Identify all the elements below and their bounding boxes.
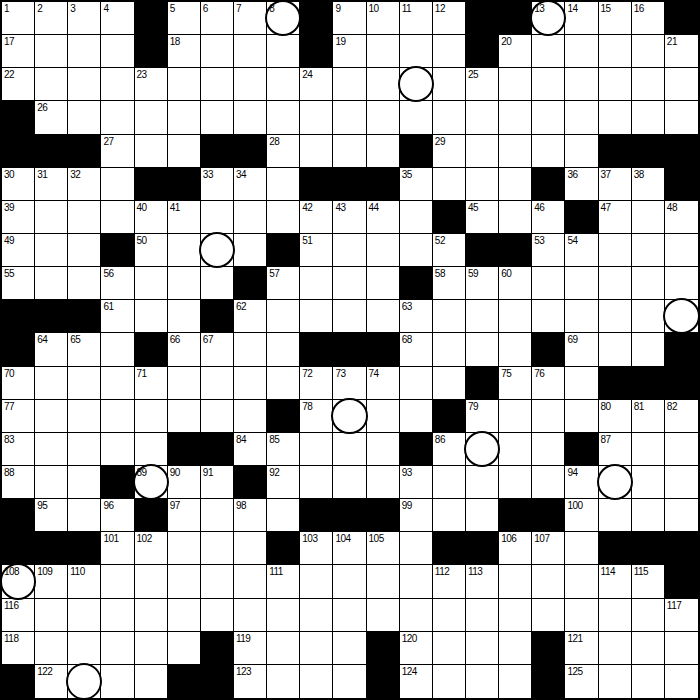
crossword-cell[interactable] xyxy=(300,632,333,665)
crossword-cell[interactable]: 44 xyxy=(367,201,400,234)
crossword-cell[interactable]: 32 xyxy=(68,168,101,201)
crossword-cell[interactable] xyxy=(168,234,201,267)
crossword-cell[interactable] xyxy=(632,234,665,267)
crossword-cell[interactable]: 121 xyxy=(565,632,598,665)
crossword-cell[interactable] xyxy=(665,433,698,466)
crossword-cell[interactable] xyxy=(466,135,499,168)
crossword-cell[interactable] xyxy=(565,400,598,433)
crossword-cell[interactable] xyxy=(201,68,234,101)
crossword-cell[interactable] xyxy=(333,400,366,433)
crossword-cell[interactable] xyxy=(35,367,68,400)
crossword-cell[interactable]: 82 xyxy=(665,400,698,433)
crossword-cell[interactable] xyxy=(400,367,433,400)
crossword-cell[interactable] xyxy=(35,433,68,466)
crossword-cell[interactable]: 125 xyxy=(565,665,598,698)
crossword-cell[interactable]: 88 xyxy=(2,466,35,499)
crossword-cell[interactable]: 62 xyxy=(234,300,267,333)
crossword-cell[interactable] xyxy=(333,632,366,665)
crossword-cell[interactable] xyxy=(466,665,499,698)
crossword-cell[interactable] xyxy=(367,599,400,632)
crossword-cell[interactable] xyxy=(35,35,68,68)
crossword-cell[interactable] xyxy=(599,68,632,101)
crossword-cell[interactable]: 105 xyxy=(367,532,400,565)
crossword-cell[interactable] xyxy=(532,68,565,101)
crossword-cell[interactable] xyxy=(532,466,565,499)
crossword-cell[interactable] xyxy=(466,433,499,466)
crossword-cell[interactable] xyxy=(168,101,201,134)
crossword-cell[interactable] xyxy=(101,367,134,400)
crossword-cell[interactable]: 29 xyxy=(433,135,466,168)
crossword-cell[interactable] xyxy=(532,565,565,598)
crossword-cell[interactable]: 23 xyxy=(135,68,168,101)
crossword-cell[interactable]: 37 xyxy=(599,168,632,201)
crossword-cell[interactable]: 36 xyxy=(565,168,598,201)
crossword-cell[interactable] xyxy=(333,433,366,466)
crossword-cell[interactable] xyxy=(632,300,665,333)
crossword-cell[interactable]: 96 xyxy=(101,499,134,532)
crossword-cell[interactable] xyxy=(267,168,300,201)
crossword-cell[interactable] xyxy=(565,135,598,168)
crossword-cell[interactable] xyxy=(466,466,499,499)
crossword-cell[interactable] xyxy=(234,201,267,234)
crossword-cell[interactable] xyxy=(400,201,433,234)
crossword-cell[interactable] xyxy=(68,599,101,632)
crossword-cell[interactable]: 116 xyxy=(2,599,35,632)
crossword-cell[interactable]: 15 xyxy=(599,2,632,35)
crossword-cell[interactable] xyxy=(234,599,267,632)
crossword-cell[interactable] xyxy=(532,267,565,300)
crossword-cell[interactable] xyxy=(68,201,101,234)
crossword-cell[interactable] xyxy=(68,267,101,300)
crossword-cell[interactable]: 57 xyxy=(267,267,300,300)
crossword-cell[interactable] xyxy=(333,267,366,300)
crossword-cell[interactable]: 33 xyxy=(201,168,234,201)
crossword-cell[interactable]: 70 xyxy=(2,367,35,400)
crossword-cell[interactable] xyxy=(499,632,532,665)
crossword-cell[interactable] xyxy=(168,300,201,333)
crossword-cell[interactable]: 60 xyxy=(499,267,532,300)
crossword-cell[interactable]: 98 xyxy=(234,499,267,532)
crossword-cell[interactable] xyxy=(599,499,632,532)
crossword-cell[interactable] xyxy=(101,433,134,466)
crossword-cell[interactable] xyxy=(433,35,466,68)
crossword-cell[interactable] xyxy=(201,234,234,267)
crossword-cell[interactable] xyxy=(632,632,665,665)
crossword-cell[interactable] xyxy=(433,466,466,499)
crossword-cell[interactable]: 97 xyxy=(168,499,201,532)
crossword-cell[interactable] xyxy=(168,135,201,168)
crossword-cell[interactable]: 101 xyxy=(101,532,134,565)
crossword-cell[interactable] xyxy=(333,599,366,632)
crossword-cell[interactable] xyxy=(35,400,68,433)
crossword-cell[interactable]: 50 xyxy=(135,234,168,267)
crossword-cell[interactable] xyxy=(68,35,101,68)
crossword-cell[interactable] xyxy=(599,267,632,300)
crossword-cell[interactable] xyxy=(68,499,101,532)
crossword-cell[interactable]: 74 xyxy=(367,367,400,400)
crossword-cell[interactable] xyxy=(599,665,632,698)
crossword-cell[interactable] xyxy=(135,400,168,433)
crossword-cell[interactable] xyxy=(632,68,665,101)
crossword-cell[interactable] xyxy=(234,367,267,400)
crossword-cell[interactable] xyxy=(532,400,565,433)
crossword-cell[interactable] xyxy=(300,135,333,168)
crossword-cell[interactable] xyxy=(168,68,201,101)
crossword-cell[interactable] xyxy=(101,333,134,366)
crossword-cell[interactable]: 8 xyxy=(267,2,300,35)
crossword-cell[interactable] xyxy=(433,333,466,366)
crossword-cell[interactable] xyxy=(400,400,433,433)
crossword-cell[interactable] xyxy=(168,267,201,300)
crossword-cell[interactable] xyxy=(632,665,665,698)
crossword-cell[interactable] xyxy=(599,101,632,134)
crossword-cell[interactable] xyxy=(333,466,366,499)
crossword-cell[interactable]: 103 xyxy=(300,532,333,565)
crossword-cell[interactable] xyxy=(267,632,300,665)
crossword-cell[interactable] xyxy=(101,168,134,201)
crossword-cell[interactable] xyxy=(333,234,366,267)
crossword-cell[interactable]: 67 xyxy=(201,333,234,366)
crossword-cell[interactable] xyxy=(665,300,698,333)
crossword-cell[interactable] xyxy=(135,599,168,632)
crossword-cell[interactable]: 124 xyxy=(400,665,433,698)
crossword-cell[interactable] xyxy=(35,466,68,499)
crossword-cell[interactable]: 71 xyxy=(135,367,168,400)
crossword-cell[interactable] xyxy=(267,665,300,698)
crossword-cell[interactable] xyxy=(499,68,532,101)
crossword-cell[interactable]: 113 xyxy=(466,565,499,598)
crossword-cell[interactable]: 100 xyxy=(565,499,598,532)
crossword-cell[interactable]: 38 xyxy=(632,168,665,201)
crossword-cell[interactable] xyxy=(367,101,400,134)
crossword-cell[interactable]: 12 xyxy=(433,2,466,35)
crossword-cell[interactable]: 21 xyxy=(665,35,698,68)
crossword-cell[interactable]: 13 xyxy=(532,2,565,35)
crossword-cell[interactable] xyxy=(632,333,665,366)
crossword-cell[interactable] xyxy=(665,101,698,134)
crossword-cell[interactable] xyxy=(466,300,499,333)
crossword-cell[interactable]: 3 xyxy=(68,2,101,35)
crossword-cell[interactable]: 91 xyxy=(201,466,234,499)
crossword-cell[interactable] xyxy=(565,565,598,598)
crossword-cell[interactable]: 6 xyxy=(201,2,234,35)
crossword-cell[interactable] xyxy=(665,68,698,101)
crossword-cell[interactable]: 46 xyxy=(532,201,565,234)
crossword-cell[interactable] xyxy=(433,300,466,333)
crossword-cell[interactable] xyxy=(433,599,466,632)
crossword-cell[interactable]: 86 xyxy=(433,433,466,466)
crossword-cell[interactable]: 108 xyxy=(2,565,35,598)
crossword-cell[interactable] xyxy=(665,665,698,698)
crossword-cell[interactable] xyxy=(300,433,333,466)
crossword-cell[interactable]: 93 xyxy=(400,466,433,499)
crossword-cell[interactable] xyxy=(665,632,698,665)
crossword-cell[interactable] xyxy=(68,68,101,101)
crossword-cell[interactable] xyxy=(135,665,168,698)
crossword-cell[interactable]: 2 xyxy=(35,2,68,35)
crossword-cell[interactable]: 61 xyxy=(101,300,134,333)
crossword-cell[interactable] xyxy=(267,101,300,134)
crossword-cell[interactable] xyxy=(466,333,499,366)
crossword-cell[interactable]: 51 xyxy=(300,234,333,267)
crossword-cell[interactable]: 123 xyxy=(234,665,267,698)
crossword-cell[interactable] xyxy=(101,35,134,68)
crossword-cell[interactable]: 73 xyxy=(333,367,366,400)
crossword-cell[interactable] xyxy=(367,135,400,168)
crossword-cell[interactable] xyxy=(466,499,499,532)
crossword-cell[interactable]: 10 xyxy=(367,2,400,35)
crossword-cell[interactable]: 56 xyxy=(101,267,134,300)
crossword-cell[interactable]: 117 xyxy=(665,599,698,632)
crossword-cell[interactable] xyxy=(632,599,665,632)
crossword-cell[interactable] xyxy=(101,400,134,433)
crossword-cell[interactable]: 115 xyxy=(632,565,665,598)
crossword-cell[interactable] xyxy=(68,101,101,134)
crossword-cell[interactable] xyxy=(68,234,101,267)
crossword-cell[interactable] xyxy=(565,35,598,68)
crossword-cell[interactable]: 35 xyxy=(400,168,433,201)
crossword-cell[interactable] xyxy=(234,400,267,433)
crossword-cell[interactable] xyxy=(532,433,565,466)
crossword-cell[interactable] xyxy=(101,665,134,698)
crossword-cell[interactable] xyxy=(367,400,400,433)
crossword-cell[interactable] xyxy=(300,599,333,632)
crossword-cell[interactable]: 16 xyxy=(632,2,665,35)
crossword-cell[interactable] xyxy=(400,68,433,101)
crossword-cell[interactable] xyxy=(367,565,400,598)
crossword-cell[interactable]: 39 xyxy=(2,201,35,234)
crossword-cell[interactable]: 11 xyxy=(400,2,433,35)
crossword-cell[interactable] xyxy=(267,499,300,532)
crossword-cell[interactable] xyxy=(68,665,101,698)
crossword-cell[interactable]: 83 xyxy=(2,433,35,466)
crossword-cell[interactable] xyxy=(565,68,598,101)
crossword-cell[interactable] xyxy=(532,35,565,68)
crossword-cell[interactable] xyxy=(68,400,101,433)
crossword-cell[interactable]: 22 xyxy=(2,68,35,101)
crossword-cell[interactable]: 26 xyxy=(35,101,68,134)
crossword-cell[interactable]: 85 xyxy=(267,433,300,466)
crossword-cell[interactable] xyxy=(367,267,400,300)
crossword-cell[interactable]: 30 xyxy=(2,168,35,201)
crossword-cell[interactable] xyxy=(400,565,433,598)
crossword-cell[interactable] xyxy=(135,135,168,168)
crossword-cell[interactable] xyxy=(201,565,234,598)
crossword-cell[interactable] xyxy=(300,267,333,300)
crossword-cell[interactable] xyxy=(201,101,234,134)
crossword-cell[interactable]: 48 xyxy=(665,201,698,234)
crossword-cell[interactable] xyxy=(201,267,234,300)
crossword-cell[interactable] xyxy=(101,632,134,665)
crossword-cell[interactable] xyxy=(632,35,665,68)
crossword-cell[interactable]: 112 xyxy=(433,565,466,598)
crossword-cell[interactable]: 59 xyxy=(466,267,499,300)
crossword-cell[interactable]: 43 xyxy=(333,201,366,234)
crossword-cell[interactable]: 65 xyxy=(68,333,101,366)
crossword-cell[interactable]: 19 xyxy=(333,35,366,68)
crossword-cell[interactable]: 4 xyxy=(101,2,134,35)
crossword-cell[interactable] xyxy=(599,632,632,665)
crossword-cell[interactable] xyxy=(201,35,234,68)
crossword-cell[interactable]: 90 xyxy=(168,466,201,499)
crossword-cell[interactable] xyxy=(201,599,234,632)
crossword-cell[interactable]: 110 xyxy=(68,565,101,598)
crossword-cell[interactable]: 119 xyxy=(234,632,267,665)
crossword-cell[interactable] xyxy=(599,599,632,632)
crossword-cell[interactable] xyxy=(267,201,300,234)
crossword-cell[interactable] xyxy=(300,300,333,333)
crossword-cell[interactable] xyxy=(499,433,532,466)
crossword-cell[interactable]: 80 xyxy=(599,400,632,433)
crossword-cell[interactable] xyxy=(665,466,698,499)
crossword-cell[interactable] xyxy=(68,367,101,400)
crossword-cell[interactable]: 31 xyxy=(35,168,68,201)
crossword-cell[interactable] xyxy=(632,101,665,134)
crossword-cell[interactable] xyxy=(168,367,201,400)
crossword-cell[interactable]: 75 xyxy=(499,367,532,400)
crossword-cell[interactable] xyxy=(433,632,466,665)
crossword-cell[interactable] xyxy=(665,267,698,300)
crossword-cell[interactable]: 27 xyxy=(101,135,134,168)
crossword-cell[interactable] xyxy=(466,168,499,201)
crossword-cell[interactable] xyxy=(135,632,168,665)
crossword-cell[interactable] xyxy=(367,35,400,68)
crossword-cell[interactable] xyxy=(367,68,400,101)
crossword-cell[interactable]: 1 xyxy=(2,2,35,35)
crossword-cell[interactable]: 58 xyxy=(433,267,466,300)
crossword-cell[interactable] xyxy=(300,101,333,134)
crossword-cell[interactable] xyxy=(665,234,698,267)
crossword-cell[interactable] xyxy=(101,68,134,101)
crossword-cell[interactable] xyxy=(101,599,134,632)
crossword-cell[interactable] xyxy=(267,599,300,632)
crossword-cell[interactable] xyxy=(499,565,532,598)
crossword-cell[interactable] xyxy=(234,68,267,101)
crossword-cell[interactable] xyxy=(35,234,68,267)
crossword-cell[interactable]: 106 xyxy=(499,532,532,565)
crossword-cell[interactable] xyxy=(135,300,168,333)
crossword-cell[interactable]: 40 xyxy=(135,201,168,234)
crossword-cell[interactable] xyxy=(400,101,433,134)
crossword-cell[interactable] xyxy=(201,201,234,234)
crossword-cell[interactable] xyxy=(267,367,300,400)
crossword-cell[interactable]: 25 xyxy=(466,68,499,101)
crossword-cell[interactable]: 76 xyxy=(532,367,565,400)
crossword-cell[interactable] xyxy=(135,433,168,466)
crossword-cell[interactable] xyxy=(532,300,565,333)
crossword-cell[interactable] xyxy=(234,333,267,366)
crossword-cell[interactable]: 104 xyxy=(333,532,366,565)
crossword-cell[interactable] xyxy=(499,599,532,632)
crossword-cell[interactable] xyxy=(68,632,101,665)
crossword-cell[interactable] xyxy=(333,101,366,134)
crossword-cell[interactable]: 49 xyxy=(2,234,35,267)
crossword-cell[interactable]: 69 xyxy=(565,333,598,366)
crossword-cell[interactable] xyxy=(35,68,68,101)
crossword-cell[interactable] xyxy=(499,101,532,134)
crossword-cell[interactable]: 24 xyxy=(300,68,333,101)
crossword-cell[interactable] xyxy=(466,632,499,665)
crossword-cell[interactable] xyxy=(565,532,598,565)
crossword-cell[interactable] xyxy=(565,599,598,632)
crossword-cell[interactable] xyxy=(333,135,366,168)
crossword-cell[interactable] xyxy=(565,101,598,134)
crossword-cell[interactable]: 9 xyxy=(333,2,366,35)
crossword-cell[interactable] xyxy=(168,400,201,433)
crossword-cell[interactable]: 99 xyxy=(400,499,433,532)
crossword-cell[interactable] xyxy=(632,433,665,466)
crossword-cell[interactable] xyxy=(201,400,234,433)
crossword-cell[interactable]: 17 xyxy=(2,35,35,68)
crossword-cell[interactable]: 7 xyxy=(234,2,267,35)
crossword-cell[interactable] xyxy=(101,201,134,234)
crossword-cell[interactable]: 107 xyxy=(532,532,565,565)
crossword-cell[interactable]: 87 xyxy=(599,433,632,466)
crossword-cell[interactable]: 53 xyxy=(532,234,565,267)
crossword-cell[interactable] xyxy=(632,267,665,300)
crossword-cell[interactable] xyxy=(68,466,101,499)
crossword-cell[interactable] xyxy=(599,234,632,267)
crossword-cell[interactable] xyxy=(532,101,565,134)
crossword-cell[interactable] xyxy=(168,632,201,665)
crossword-cell[interactable] xyxy=(201,367,234,400)
crossword-cell[interactable] xyxy=(35,632,68,665)
crossword-cell[interactable] xyxy=(135,267,168,300)
crossword-cell[interactable]: 92 xyxy=(267,466,300,499)
crossword-cell[interactable] xyxy=(433,665,466,698)
crossword-cell[interactable] xyxy=(300,565,333,598)
crossword-cell[interactable] xyxy=(267,300,300,333)
crossword-cell[interactable]: 81 xyxy=(632,400,665,433)
crossword-cell[interactable]: 54 xyxy=(565,234,598,267)
crossword-cell[interactable] xyxy=(599,466,632,499)
crossword-cell[interactable] xyxy=(400,599,433,632)
crossword-cell[interactable] xyxy=(333,565,366,598)
crossword-cell[interactable] xyxy=(35,599,68,632)
crossword-cell[interactable]: 41 xyxy=(168,201,201,234)
crossword-cell[interactable] xyxy=(367,234,400,267)
crossword-cell[interactable]: 64 xyxy=(35,333,68,366)
crossword-cell[interactable] xyxy=(599,333,632,366)
crossword-cell[interactable]: 66 xyxy=(168,333,201,366)
crossword-cell[interactable] xyxy=(499,201,532,234)
crossword-cell[interactable] xyxy=(234,35,267,68)
crossword-cell[interactable]: 118 xyxy=(2,632,35,665)
crossword-cell[interactable] xyxy=(466,599,499,632)
crossword-cell[interactable] xyxy=(168,532,201,565)
crossword-cell[interactable] xyxy=(433,101,466,134)
crossword-cell[interactable] xyxy=(400,234,433,267)
crossword-cell[interactable]: 102 xyxy=(135,532,168,565)
crossword-cell[interactable] xyxy=(333,68,366,101)
crossword-cell[interactable] xyxy=(101,565,134,598)
crossword-cell[interactable] xyxy=(135,565,168,598)
crossword-cell[interactable] xyxy=(168,599,201,632)
crossword-cell[interactable] xyxy=(565,367,598,400)
crossword-cell[interactable] xyxy=(433,68,466,101)
crossword-cell[interactable] xyxy=(499,466,532,499)
crossword-cell[interactable]: 79 xyxy=(466,400,499,433)
crossword-cell[interactable]: 68 xyxy=(400,333,433,366)
crossword-cell[interactable]: 42 xyxy=(300,201,333,234)
crossword-cell[interactable] xyxy=(267,35,300,68)
crossword-cell[interactable] xyxy=(367,433,400,466)
crossword-cell[interactable] xyxy=(632,466,665,499)
crossword-cell[interactable] xyxy=(565,267,598,300)
crossword-cell[interactable] xyxy=(267,68,300,101)
crossword-cell[interactable] xyxy=(400,35,433,68)
crossword-cell[interactable]: 120 xyxy=(400,632,433,665)
